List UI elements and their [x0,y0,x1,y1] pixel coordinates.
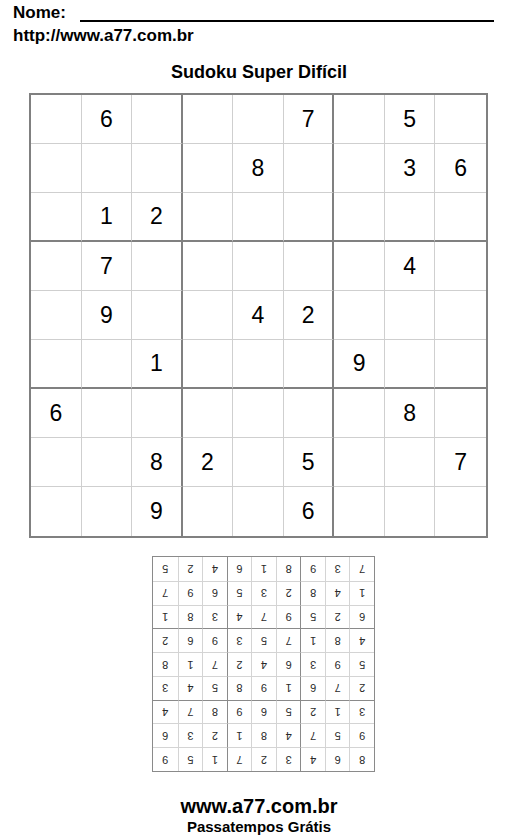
solution-cell-r5c6: 2 [227,652,252,676]
puzzle-cell-r1c8[interactable]: 5 [385,95,436,144]
solution-cell-r4c7: 5 [202,676,227,700]
puzzle-cell-r3c9[interactable] [435,193,486,242]
solution-cell-r7c9: 1 [153,605,178,629]
puzzle-cell-r9c9[interactable] [435,487,486,536]
solution-cell-r8c2: 4 [325,581,350,605]
puzzle-cell-r1c4[interactable] [183,95,234,144]
solution-cell-r1c3: 4 [300,747,325,771]
solution-cell-r1c8: 5 [178,747,203,771]
puzzle-cell-r5c6[interactable]: 2 [284,291,335,340]
solution-cell-r1c1: 8 [349,747,374,771]
name-label: Nome: [13,3,66,23]
puzzle-cell-r2c9[interactable]: 6 [435,144,486,193]
puzzle-cell-r2c6[interactable] [284,144,335,193]
puzzle-cell-r5c7[interactable] [334,291,385,340]
puzzle-cell-r5c8[interactable] [385,291,436,340]
solution-cell-r9c5: 1 [251,557,276,581]
solution-cell-r6c4: 7 [276,628,301,652]
puzzle-cell-r4c4[interactable] [183,242,234,291]
puzzle-cell-r4c3[interactable] [132,242,183,291]
puzzle-cell-r7c9[interactable] [435,389,486,438]
puzzle-cell-r9c7[interactable] [334,487,385,536]
puzzle-cell-r3c1[interactable] [31,193,82,242]
puzzle-cell-r6c5[interactable] [233,340,284,389]
puzzle-cell-r8c2[interactable] [82,438,133,487]
puzzle-cell-r7c7[interactable] [334,389,385,438]
solution-cell-r2c1: 9 [349,723,374,747]
solution-cell-r2c4: 4 [276,723,301,747]
puzzle-cell-r4c9[interactable] [435,242,486,291]
solution-cell-r9c1: 7 [349,557,374,581]
puzzle-cell-r8c8[interactable] [385,438,436,487]
solution-cell-r9c4: 8 [276,557,301,581]
site-url-top: http://www.a77.com.br [13,26,194,46]
puzzle-cell-r5c2[interactable]: 9 [82,291,133,340]
puzzle-cell-r7c2[interactable] [82,389,133,438]
footer-tagline: Passatempos Grátis [0,818,518,835]
solution-cell-r7c4: 9 [276,605,301,629]
solution-cell-r3c4: 5 [276,700,301,724]
solution-cell-r2c9: 6 [153,723,178,747]
solution-cell-r1c5: 2 [251,747,276,771]
puzzle-cell-r5c5[interactable]: 4 [233,291,284,340]
solution-cell-r4c6: 8 [227,676,252,700]
puzzle-cell-r2c5[interactable]: 8 [233,144,284,193]
solution-cell-r1c6: 7 [227,747,252,771]
solution-cell-r4c9: 3 [153,676,178,700]
solution-cell-r4c1: 2 [349,676,374,700]
solution-cell-r5c1: 5 [349,652,374,676]
puzzle-cell-r9c4[interactable] [183,487,234,536]
puzzle-cell-r7c6[interactable] [284,389,335,438]
puzzle-cell-r8c1[interactable] [31,438,82,487]
solution-cell-r7c1: 6 [349,605,374,629]
solution-cell-r7c5: 7 [251,605,276,629]
puzzle-cell-r8c9[interactable]: 7 [435,438,486,487]
puzzle-cell-r6c9[interactable] [435,340,486,389]
puzzle-cell-r7c1[interactable]: 6 [31,389,82,438]
puzzle-cell-r9c3[interactable]: 9 [132,487,183,536]
puzzle-cell-r1c1[interactable] [31,95,82,144]
solution-cell-r1c9: 9 [153,747,178,771]
solution-cell-r7c6: 4 [227,605,252,629]
puzzle-cell-r7c5[interactable] [233,389,284,438]
solution-cell-r6c8: 6 [178,628,203,652]
puzzle-cell-r4c6[interactable] [284,242,335,291]
solution-cell-r8c5: 3 [251,581,276,605]
puzzle-cell-r1c9[interactable] [435,95,486,144]
solution-cell-r4c8: 4 [178,676,203,700]
solution-cell-r2c2: 5 [325,723,350,747]
puzzle-cell-r9c6[interactable]: 6 [284,487,335,536]
puzzle-cell-r4c1[interactable] [31,242,82,291]
puzzle-cell-r4c8[interactable]: 4 [385,242,436,291]
solution-cell-r6c9: 2 [153,628,178,652]
solution-cell-r8c1: 1 [349,581,374,605]
puzzle-cell-r2c2[interactable] [82,144,133,193]
puzzle-cell-r8c5[interactable] [233,438,284,487]
puzzle-cell-r4c7[interactable] [334,242,385,291]
footer-url: www.a77.com.br [0,795,518,818]
solution-cell-r3c7: 8 [202,700,227,724]
puzzle-cell-r8c4[interactable]: 2 [183,438,234,487]
puzzle-cell-r5c3[interactable] [132,291,183,340]
solution-cell-r3c5: 6 [251,700,276,724]
puzzle-cell-r7c4[interactable] [183,389,234,438]
solution-cell-r1c2: 6 [325,747,350,771]
solution-cell-r6c6: 3 [227,628,252,652]
puzzle-cell-r3c7[interactable] [334,193,385,242]
puzzle-cell-r1c5[interactable] [233,95,284,144]
name-fill-line [80,20,494,22]
puzzle-cell-r2c7[interactable] [334,144,385,193]
solution-cell-r8c8: 9 [178,581,203,605]
puzzle-cell-r8c6[interactable]: 5 [284,438,335,487]
puzzle-cell-r4c2[interactable]: 7 [82,242,133,291]
puzzle-cell-r7c3[interactable] [132,389,183,438]
solution-cell-r8c7: 6 [202,581,227,605]
puzzle-cell-r6c1[interactable] [31,340,82,389]
solution-cell-r8c3: 8 [300,581,325,605]
puzzle-cell-r1c7[interactable] [334,95,385,144]
puzzle-cell-r2c3[interactable] [132,144,183,193]
puzzle-cell-r5c9[interactable] [435,291,486,340]
puzzle-cell-r9c2[interactable] [82,487,133,536]
sudoku-solution-grid-rotated: 8643271599574812363125698742761985435936… [152,556,375,772]
puzzle-cell-r9c8[interactable] [385,487,436,536]
puzzle-cell-r6c4[interactable] [183,340,234,389]
puzzle-cell-r9c5[interactable] [233,487,284,536]
solution-cell-r4c4: 1 [276,676,301,700]
puzzle-cell-r8c3[interactable]: 8 [132,438,183,487]
solution-cell-r9c2: 3 [325,557,350,581]
solution-cell-r5c4: 6 [276,652,301,676]
solution-cell-r7c7: 3 [202,605,227,629]
solution-cell-r5c8: 1 [178,652,203,676]
solution-cell-r8c9: 7 [153,581,178,605]
solution-cell-r3c6: 9 [227,700,252,724]
solution-cell-r4c3: 6 [300,676,325,700]
solution-cell-r6c7: 9 [202,628,227,652]
solution-cell-r8c6: 5 [227,581,252,605]
solution-cell-r9c7: 4 [202,557,227,581]
puzzle-cell-r1c6[interactable]: 7 [284,95,335,144]
solution-cell-r7c2: 2 [325,605,350,629]
solution-cell-r3c3: 2 [300,700,325,724]
solution-cell-r5c5: 4 [251,652,276,676]
puzzle-cell-r1c3[interactable] [132,95,183,144]
solution-cell-r2c6: 1 [227,723,252,747]
puzzle-cell-r7c8[interactable]: 8 [385,389,436,438]
solution-cell-r8c4: 2 [276,581,301,605]
solution-cell-r9c9: 5 [153,557,178,581]
puzzle-cell-r2c1[interactable] [31,144,82,193]
puzzle-cell-r4c5[interactable] [233,242,284,291]
solution-cell-r1c7: 1 [202,747,227,771]
puzzle-cell-r3c2[interactable]: 1 [82,193,133,242]
sudoku-puzzle-grid: 67583612749421968825796 [29,93,488,538]
puzzle-cell-r3c5[interactable] [233,193,284,242]
solution-cell-r9c3: 9 [300,557,325,581]
solution-cell-r4c5: 9 [251,676,276,700]
puzzle-cell-r6c8[interactable] [385,340,436,389]
solution-cell-r6c3: 1 [300,628,325,652]
solution-cell-r5c7: 7 [202,652,227,676]
solution-cell-r7c3: 5 [300,605,325,629]
solution-cell-r2c3: 7 [300,723,325,747]
puzzle-cell-r6c3[interactable]: 1 [132,340,183,389]
puzzle-cell-r5c1[interactable] [31,291,82,340]
puzzle-cell-r6c2[interactable] [82,340,133,389]
puzzle-cell-r6c7[interactable]: 9 [334,340,385,389]
solution-cell-r7c8: 8 [178,605,203,629]
solution-cell-r3c1: 3 [349,700,374,724]
puzzle-cell-r6c6[interactable] [284,340,335,389]
sudoku-print-page: Nome: http://www.a77.com.br Sudoku Super… [0,0,518,840]
solution-cell-r5c9: 8 [153,652,178,676]
solution-cell-r2c5: 8 [251,723,276,747]
solution-cell-r6c5: 5 [251,628,276,652]
solution-cell-r9c6: 6 [227,557,252,581]
puzzle-cell-r3c6[interactable] [284,193,335,242]
puzzle-cell-r9c1[interactable] [31,487,82,536]
solution-cell-r3c9: 4 [153,700,178,724]
puzzle-cell-r5c4[interactable] [183,291,234,340]
solution-cell-r6c2: 8 [325,628,350,652]
solution-cell-r5c2: 9 [325,652,350,676]
solution-cell-r3c8: 7 [178,700,203,724]
puzzle-cell-r2c8[interactable]: 3 [385,144,436,193]
solution-cell-r1c4: 3 [276,747,301,771]
puzzle-cell-r8c7[interactable] [334,438,385,487]
solution-cell-r5c3: 3 [300,652,325,676]
puzzle-cell-r3c4[interactable] [183,193,234,242]
solution-cell-r2c7: 2 [202,723,227,747]
puzzle-cell-r2c4[interactable] [183,144,234,193]
solution-cell-r4c2: 7 [325,676,350,700]
page-title: Sudoku Super Difícil [0,62,518,83]
solution-cell-r9c8: 2 [178,557,203,581]
solution-cell-r6c1: 4 [349,628,374,652]
puzzle-cell-r3c8[interactable] [385,193,436,242]
puzzle-cell-r1c2[interactable]: 6 [82,95,133,144]
solution-cell-r2c8: 3 [178,723,203,747]
solution-cell-r3c2: 1 [325,700,350,724]
puzzle-cell-r3c3[interactable]: 2 [132,193,183,242]
